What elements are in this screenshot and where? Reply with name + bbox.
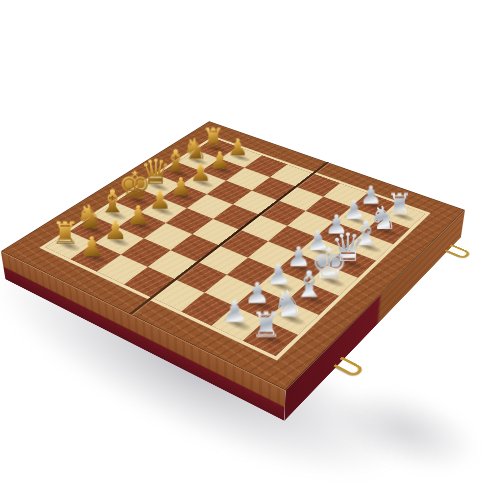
- chess-scene: ♜♟♟♜♞♟♟♞♝♟♟♝♛♟♟♛♚♟♟♚♝♟♟♝♞♟♟♞♜♟♟♜: [74, 64, 406, 396]
- brass-latch-lower[interactable]: [328, 355, 365, 378]
- piece-gold-pawn-h7[interactable]: ♟: [66, 234, 116, 260]
- brass-latch-upper[interactable]: [440, 242, 472, 259]
- square-h1[interactable]: ♜: [243, 320, 298, 356]
- square-h7[interactable]: ♟: [71, 243, 121, 272]
- piece-silver-rook-h1[interactable]: ♜: [239, 308, 295, 341]
